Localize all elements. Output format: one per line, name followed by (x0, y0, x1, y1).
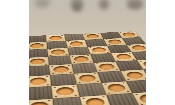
blurred-background-object (99, 0, 109, 9)
board-photo (29, 0, 146, 105)
plain-square (53, 97, 84, 105)
cup-square (29, 99, 54, 105)
board-frame (29, 29, 146, 105)
blurred-background-object (127, 0, 143, 9)
checkers-board (29, 29, 146, 105)
blurred-background-object (71, 0, 83, 11)
blurred-background-object (35, 0, 50, 7)
board-grid (29, 31, 146, 105)
